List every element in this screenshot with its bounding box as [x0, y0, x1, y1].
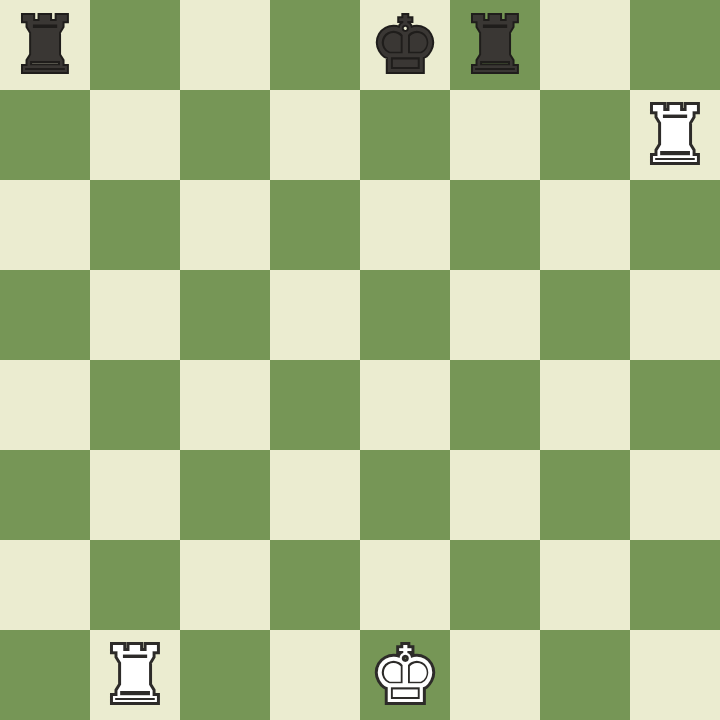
piece-black-king[interactable]: ♚♚: [360, 0, 450, 90]
square-e3[interactable]: [360, 450, 450, 540]
square-e6[interactable]: [360, 180, 450, 270]
square-b8[interactable]: [90, 0, 180, 90]
square-f5[interactable]: [450, 270, 540, 360]
square-e4[interactable]: [360, 360, 450, 450]
square-a3[interactable]: [0, 450, 90, 540]
square-g6[interactable]: [540, 180, 630, 270]
piece-white-rook-glyph: ♜: [630, 90, 720, 180]
square-h5[interactable]: [630, 270, 720, 360]
square-d2[interactable]: [270, 540, 360, 630]
square-h1[interactable]: [630, 630, 720, 720]
square-c6[interactable]: [180, 180, 270, 270]
square-b2[interactable]: [90, 540, 180, 630]
square-e8[interactable]: ♚♚: [360, 0, 450, 90]
piece-black-rook-glyph: ♜: [450, 0, 540, 90]
square-d3[interactable]: [270, 450, 360, 540]
square-a1[interactable]: [0, 630, 90, 720]
piece-white-rook-glyph: ♜: [90, 630, 180, 720]
square-f3[interactable]: [450, 450, 540, 540]
square-a8[interactable]: ♜♜: [0, 0, 90, 90]
square-c4[interactable]: [180, 360, 270, 450]
square-d7[interactable]: [270, 90, 360, 180]
chess-board-container: ♜♜♚♚♜♜♜♜♜♜♚♚: [0, 0, 720, 720]
square-g2[interactable]: [540, 540, 630, 630]
square-f6[interactable]: [450, 180, 540, 270]
square-g7[interactable]: [540, 90, 630, 180]
piece-white-rook[interactable]: ♜♜: [630, 90, 720, 180]
square-a2[interactable]: [0, 540, 90, 630]
square-h3[interactable]: [630, 450, 720, 540]
square-b1[interactable]: ♜♜: [90, 630, 180, 720]
square-c8[interactable]: [180, 0, 270, 90]
square-a4[interactable]: [0, 360, 90, 450]
square-h4[interactable]: [630, 360, 720, 450]
square-e2[interactable]: [360, 540, 450, 630]
piece-white-rook[interactable]: ♜♜: [90, 630, 180, 720]
square-c2[interactable]: [180, 540, 270, 630]
square-h7[interactable]: ♜♜: [630, 90, 720, 180]
square-a6[interactable]: [0, 180, 90, 270]
square-a7[interactable]: [0, 90, 90, 180]
square-b4[interactable]: [90, 360, 180, 450]
piece-white-king[interactable]: ♚♚: [360, 630, 450, 720]
square-a5[interactable]: [0, 270, 90, 360]
square-d6[interactable]: [270, 180, 360, 270]
square-e5[interactable]: [360, 270, 450, 360]
square-e1[interactable]: ♚♚: [360, 630, 450, 720]
square-c1[interactable]: [180, 630, 270, 720]
square-f2[interactable]: [450, 540, 540, 630]
square-d5[interactable]: [270, 270, 360, 360]
square-c7[interactable]: [180, 90, 270, 180]
square-h2[interactable]: [630, 540, 720, 630]
square-h6[interactable]: [630, 180, 720, 270]
square-g8[interactable]: [540, 0, 630, 90]
square-f7[interactable]: [450, 90, 540, 180]
square-c3[interactable]: [180, 450, 270, 540]
piece-black-rook-glyph: ♜: [0, 0, 90, 90]
square-d1[interactable]: [270, 630, 360, 720]
square-b5[interactable]: [90, 270, 180, 360]
square-b3[interactable]: [90, 450, 180, 540]
square-g4[interactable]: [540, 360, 630, 450]
square-g1[interactable]: [540, 630, 630, 720]
piece-black-king-glyph: ♚: [360, 0, 450, 90]
square-c5[interactable]: [180, 270, 270, 360]
square-g5[interactable]: [540, 270, 630, 360]
piece-black-rook[interactable]: ♜♜: [0, 0, 90, 90]
square-f4[interactable]: [450, 360, 540, 450]
square-b6[interactable]: [90, 180, 180, 270]
square-f8[interactable]: ♜♜: [450, 0, 540, 90]
square-d4[interactable]: [270, 360, 360, 450]
square-f1[interactable]: [450, 630, 540, 720]
square-e7[interactable]: [360, 90, 450, 180]
piece-black-rook[interactable]: ♜♜: [450, 0, 540, 90]
square-b7[interactable]: [90, 90, 180, 180]
piece-white-king-glyph: ♚: [360, 630, 450, 720]
chess-board: ♜♜♚♚♜♜♜♜♜♜♚♚: [0, 0, 720, 720]
square-h8[interactable]: [630, 0, 720, 90]
square-g3[interactable]: [540, 450, 630, 540]
square-d8[interactable]: [270, 0, 360, 90]
